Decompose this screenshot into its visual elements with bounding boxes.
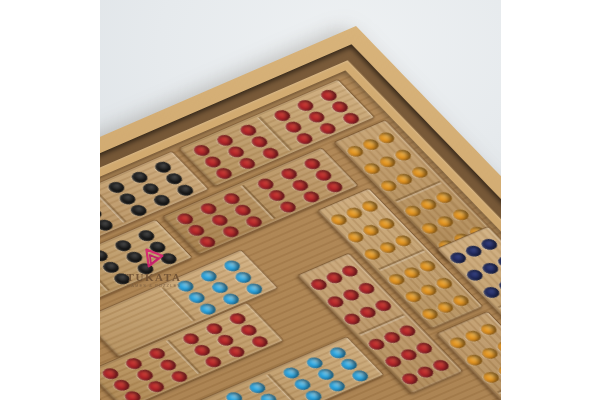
- watermark-brand-text: TUKATA: [118, 271, 190, 283]
- pip-orange: [392, 147, 414, 162]
- product-photo-scene: TUKATA GAMES & PUZZLES: [0, 0, 600, 400]
- pip-sky: [223, 390, 245, 400]
- pip-orange: [376, 216, 398, 231]
- pip-sky: [350, 368, 372, 383]
- pip-red: [123, 356, 145, 371]
- pip-orange: [376, 130, 398, 145]
- pip-red: [301, 189, 323, 204]
- pip-red: [191, 142, 213, 157]
- pip-red: [198, 201, 220, 216]
- pip-sky: [315, 366, 337, 381]
- pip-red: [306, 109, 328, 124]
- tile-half-divider: [162, 287, 196, 321]
- pip-sky: [209, 280, 231, 295]
- pip-red: [180, 331, 202, 346]
- pip-black: [175, 182, 197, 197]
- pip-red: [278, 166, 300, 181]
- pip-sky: [220, 291, 242, 306]
- pip-red: [397, 323, 419, 338]
- pip-red: [226, 344, 248, 359]
- photo-area: TUKATA GAMES & PUZZLES: [100, 0, 501, 400]
- pip-orange: [480, 369, 501, 384]
- pip-sky: [197, 301, 219, 316]
- pip-black: [136, 228, 158, 243]
- pip-red: [295, 98, 317, 113]
- pip-red: [243, 214, 265, 229]
- pip-sky: [247, 380, 269, 395]
- pip-red: [122, 389, 144, 400]
- pip-sky: [303, 388, 325, 400]
- pip-red: [313, 167, 335, 182]
- pip-red: [373, 298, 395, 313]
- pip-orange: [433, 190, 455, 205]
- pip-sky: [258, 391, 280, 400]
- pip-black: [100, 206, 105, 221]
- pip-red: [414, 340, 436, 355]
- pip-red: [169, 369, 191, 384]
- pip-red: [100, 366, 122, 381]
- pip-red: [277, 199, 299, 214]
- wooden-domino-box: [100, 26, 501, 400]
- pip-red: [318, 87, 340, 102]
- pip-red: [302, 156, 324, 171]
- pip-red: [266, 188, 288, 203]
- domino-tiles-layer: [100, 26, 501, 400]
- pip-red: [324, 179, 346, 194]
- pip-red: [294, 131, 316, 146]
- pip-sky: [233, 270, 255, 285]
- pip-red: [146, 346, 168, 361]
- pip-black: [100, 217, 116, 232]
- watermark: TUKATA GAMES & PUZZLES: [118, 244, 190, 289]
- pip-red: [209, 212, 231, 227]
- pip-orange: [393, 233, 415, 248]
- pip-red: [175, 211, 197, 226]
- pip-navy: [481, 285, 501, 300]
- pip-red: [238, 122, 260, 137]
- pip-red: [220, 224, 242, 239]
- pip-orange: [434, 275, 456, 290]
- pip-red: [221, 191, 243, 206]
- pip-navy: [479, 237, 501, 252]
- pip-black: [129, 169, 151, 184]
- pip-sky: [326, 378, 348, 393]
- pip-red: [329, 99, 351, 114]
- pip-red: [289, 177, 311, 192]
- pip-red: [145, 379, 167, 394]
- pip-red: [203, 354, 225, 369]
- pip-red: [340, 111, 362, 126]
- pip-red: [249, 134, 271, 149]
- pip-black: [163, 171, 185, 186]
- pip-red: [204, 321, 226, 336]
- pip-red: [430, 357, 452, 372]
- pip-red: [225, 144, 247, 159]
- pip-black: [128, 202, 150, 217]
- pip-red: [111, 377, 133, 392]
- watermark-tagline-text: GAMES & PUZZLES: [118, 283, 190, 289]
- pip-red: [238, 322, 260, 337]
- pip-red: [197, 234, 219, 249]
- pip-sky: [327, 345, 349, 360]
- pip-black: [117, 191, 139, 206]
- pip-red: [255, 176, 277, 191]
- pip-orange: [359, 198, 381, 213]
- pip-red: [158, 357, 180, 372]
- pip-red: [214, 132, 236, 147]
- pip-black: [152, 159, 174, 174]
- pip-red: [202, 154, 224, 169]
- pip-sky: [338, 356, 360, 371]
- pip-red: [227, 311, 249, 326]
- tukata-logo-icon: [139, 242, 168, 271]
- pip-orange: [450, 293, 472, 308]
- pip-red: [272, 108, 294, 123]
- pip-orange: [450, 207, 472, 222]
- pip-red: [237, 155, 259, 170]
- pip-red: [215, 332, 237, 347]
- pip-red: [191, 342, 213, 357]
- pip-red: [283, 119, 305, 134]
- pip-black: [151, 192, 173, 207]
- pip-orange: [478, 321, 500, 336]
- pip-black: [106, 179, 128, 194]
- pip-red: [213, 166, 235, 181]
- pip-sky: [292, 377, 314, 392]
- pip-sky: [244, 281, 266, 296]
- pip-red: [260, 145, 282, 160]
- pip-black: [140, 181, 162, 196]
- pip-red: [232, 202, 254, 217]
- pip-sky: [304, 355, 326, 370]
- pip-sky: [186, 290, 208, 305]
- pip-red: [339, 263, 361, 278]
- pip-red: [186, 222, 208, 237]
- pip-orange: [409, 165, 431, 180]
- pip-sky: [281, 365, 303, 380]
- pip-orange: [417, 258, 439, 273]
- pip-sky: [198, 268, 220, 283]
- pip-sky: [221, 258, 243, 273]
- pip-red: [249, 334, 271, 349]
- pip-black: [100, 248, 111, 263]
- pip-red: [356, 280, 378, 295]
- pip-red: [317, 121, 339, 136]
- pip-red: [134, 367, 156, 382]
